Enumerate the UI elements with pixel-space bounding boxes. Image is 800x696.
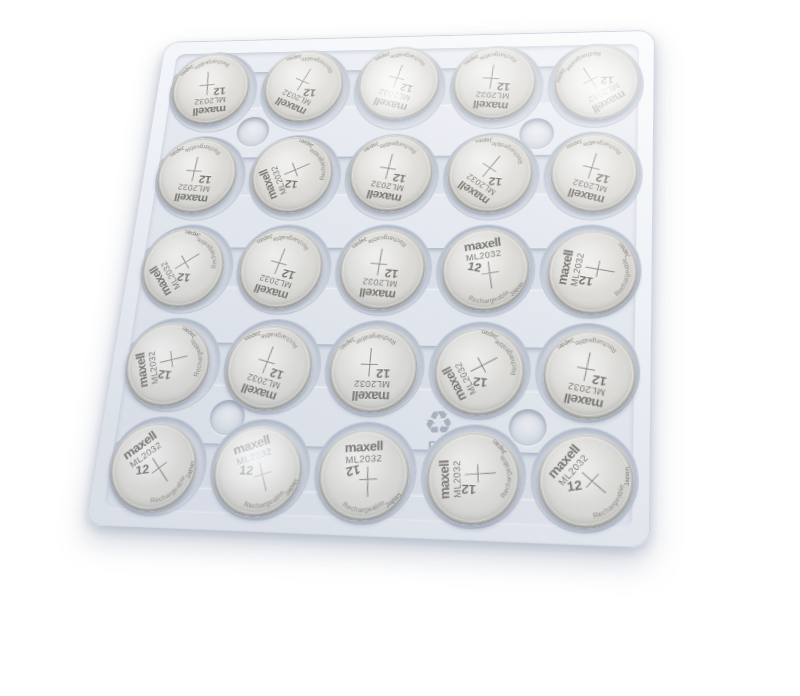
battery-face: maxell ML2032 12 Rechargeable Japan <box>121 314 215 416</box>
battery-tray: ♻ PS maxell ML2032 12 Rechargeable Japan… <box>85 30 655 548</box>
battery-r2c1: maxell ML2032 12 Rechargeable Japan <box>151 138 242 214</box>
svg-text:Rechargeable: Rechargeable <box>187 336 205 379</box>
svg-text:Rechargeable: Rechargeable <box>366 233 410 249</box>
battery-arc-text: Rechargeable <box>332 225 432 314</box>
battery-r2c2: maxell ML2032 12 Rechargeable Japan <box>246 136 337 213</box>
battery-arc-text: Rechargeable <box>128 213 239 324</box>
battery-origin-text: Japan <box>623 467 630 486</box>
battery-face: maxell ML2032 12 Rechargeable Japan <box>447 44 542 123</box>
battery-arc-text: Rechargeable <box>437 222 535 317</box>
svg-text:Rechargeable: Rechargeable <box>341 498 386 515</box>
battery-face: maxell ML2032 12 Rechargeable Japan <box>426 429 522 527</box>
svg-text:Rechargeable: Rechargeable <box>306 144 331 182</box>
battery-r5c4: maxell ML2032 12 Rechargeable Japan <box>423 431 522 527</box>
battery-face: maxell ML2032 12 Rechargeable Japan <box>94 405 214 530</box>
battery-face: maxell ML2032 12 Rechargeable Japan <box>317 427 410 524</box>
battery-arc-text: Rechargeable <box>325 326 421 414</box>
battery-face: maxell ML2032 12 Rechargeable Japan <box>539 224 646 322</box>
svg-text:Rechargeable: Rechargeable <box>377 138 420 156</box>
svg-text:Rechargeable: Rechargeable <box>258 327 302 351</box>
battery-r1c3: maxell ML2032 12 Rechargeable Japan <box>355 46 443 120</box>
battery-arc-text: Rechargeable <box>426 429 522 527</box>
battery-arc-text: Rechargeable <box>447 44 542 123</box>
svg-text:Rechargeable: Rechargeable <box>193 57 232 72</box>
battery-r5c3: maxell ML2032 12 Rechargeable Japan <box>314 428 413 523</box>
svg-text:Rechargeable: Rechargeable <box>477 51 519 64</box>
battery-face: maxell ML2032 12 Rechargeable Japan <box>534 323 644 428</box>
battery-r1c4: maxell ML2032 12 Rechargeable Japan <box>450 45 538 120</box>
svg-text:Rechargeable: Rechargeable <box>388 49 430 68</box>
battery-r2c5: maxell ML2032 12 Rechargeable Japan <box>549 133 639 213</box>
battery-r4c4: maxell ML2032 12 Rechargeable Japan <box>431 327 527 417</box>
tray-field: ♻ PS maxell ML2032 12 Rechargeable Japan… <box>103 44 639 530</box>
battery-arc-text: Rechargeable <box>226 220 335 319</box>
svg-text:Rechargeable: Rechargeable <box>183 143 224 157</box>
battery-face: maxell ML2032 12 Rechargeable Japan <box>226 220 335 319</box>
tray-perspective-plane: ♻ PS maxell ML2032 12 Rechargeable Japan… <box>85 30 655 548</box>
battery-r4c5: maxell ML2032 12 Rechargeable Japan <box>541 330 637 421</box>
battery-face: maxell ML2032 12 Rechargeable Japan <box>325 326 421 414</box>
battery-face: maxell ML2032 12 Rechargeable Japan <box>339 129 442 218</box>
svg-text:Rechargeable: Rechargeable <box>580 136 625 157</box>
svg-text:Rechargeable: Rechargeable <box>270 231 313 253</box>
battery-r1c5: maxell ML2032 12 Rechargeable Japan <box>552 44 640 120</box>
battery-arc-text: Rechargeable <box>539 224 646 322</box>
battery-face: maxell ML2032 12 Rechargeable Japan <box>169 50 251 128</box>
battery-r3c5: maxell ML2032 12 Rechargeable Japan <box>545 230 638 315</box>
battery-r2c3: maxell ML2032 12 Rechargeable Japan <box>345 134 436 212</box>
svg-text:Rechargeable: Rechargeable <box>612 256 634 299</box>
battery-r3c3: maxell ML2032 12 Rechargeable Japan <box>335 228 428 310</box>
battery-r4c1: maxell ML2032 12 Rechargeable Japan <box>119 322 215 408</box>
battery-r4c3: maxell ML2032 12 Rechargeable Japan <box>325 326 421 414</box>
battery-arc-text: Rechargeable <box>121 314 215 416</box>
svg-text:Rechargeable: Rechargeable <box>467 288 512 308</box>
svg-text:Rechargeable: Rechargeable <box>354 333 398 347</box>
battery-arc-text: Rechargeable <box>94 405 214 530</box>
svg-text:Rechargeable: Rechargeable <box>589 480 632 525</box>
battery-r3c4: maxell ML2032 12 Rechargeable Japan <box>438 228 531 311</box>
battery-r3c2: maxell ML2032 12 Rechargeable Japan <box>234 228 327 309</box>
battery-face: maxell ML2032 12 Rechargeable Japan <box>332 225 432 314</box>
battery-arc-text: Rechargeable <box>339 129 442 218</box>
battery-r1c1: maxell ML2032 12 Rechargeable Japan <box>166 53 254 126</box>
battery-r5c2: maxell ML2032 12 Rechargeable Japan <box>207 425 306 518</box>
battery-face: maxell ML2032 12 Rechargeable Japan <box>128 213 239 324</box>
battery-face: maxell ML2032 12 Rechargeable Japan <box>539 31 655 134</box>
battery-arc-text: Rechargeable <box>539 31 655 134</box>
battery-arc-text: Rechargeable <box>534 323 644 428</box>
photo-stage: ♻ PS maxell ML2032 12 Rechargeable Japan… <box>0 0 800 696</box>
battery-face: maxell ML2032 12 Rechargeable Japan <box>539 125 649 221</box>
svg-text:Rechargeable: Rechargeable <box>561 46 604 74</box>
battery-face: maxell ML2032 12 Rechargeable Japan <box>437 222 535 317</box>
svg-text:Rechargeable: Rechargeable <box>241 487 287 514</box>
svg-text:Rechargeable: Rechargeable <box>497 453 513 499</box>
svg-text:Rechargeable: Rechargeable <box>572 334 619 355</box>
battery-arc-text: Rechargeable <box>317 427 410 524</box>
battery-arc-text: Rechargeable <box>539 125 649 221</box>
battery-arc-text: Rechargeable <box>169 50 251 128</box>
